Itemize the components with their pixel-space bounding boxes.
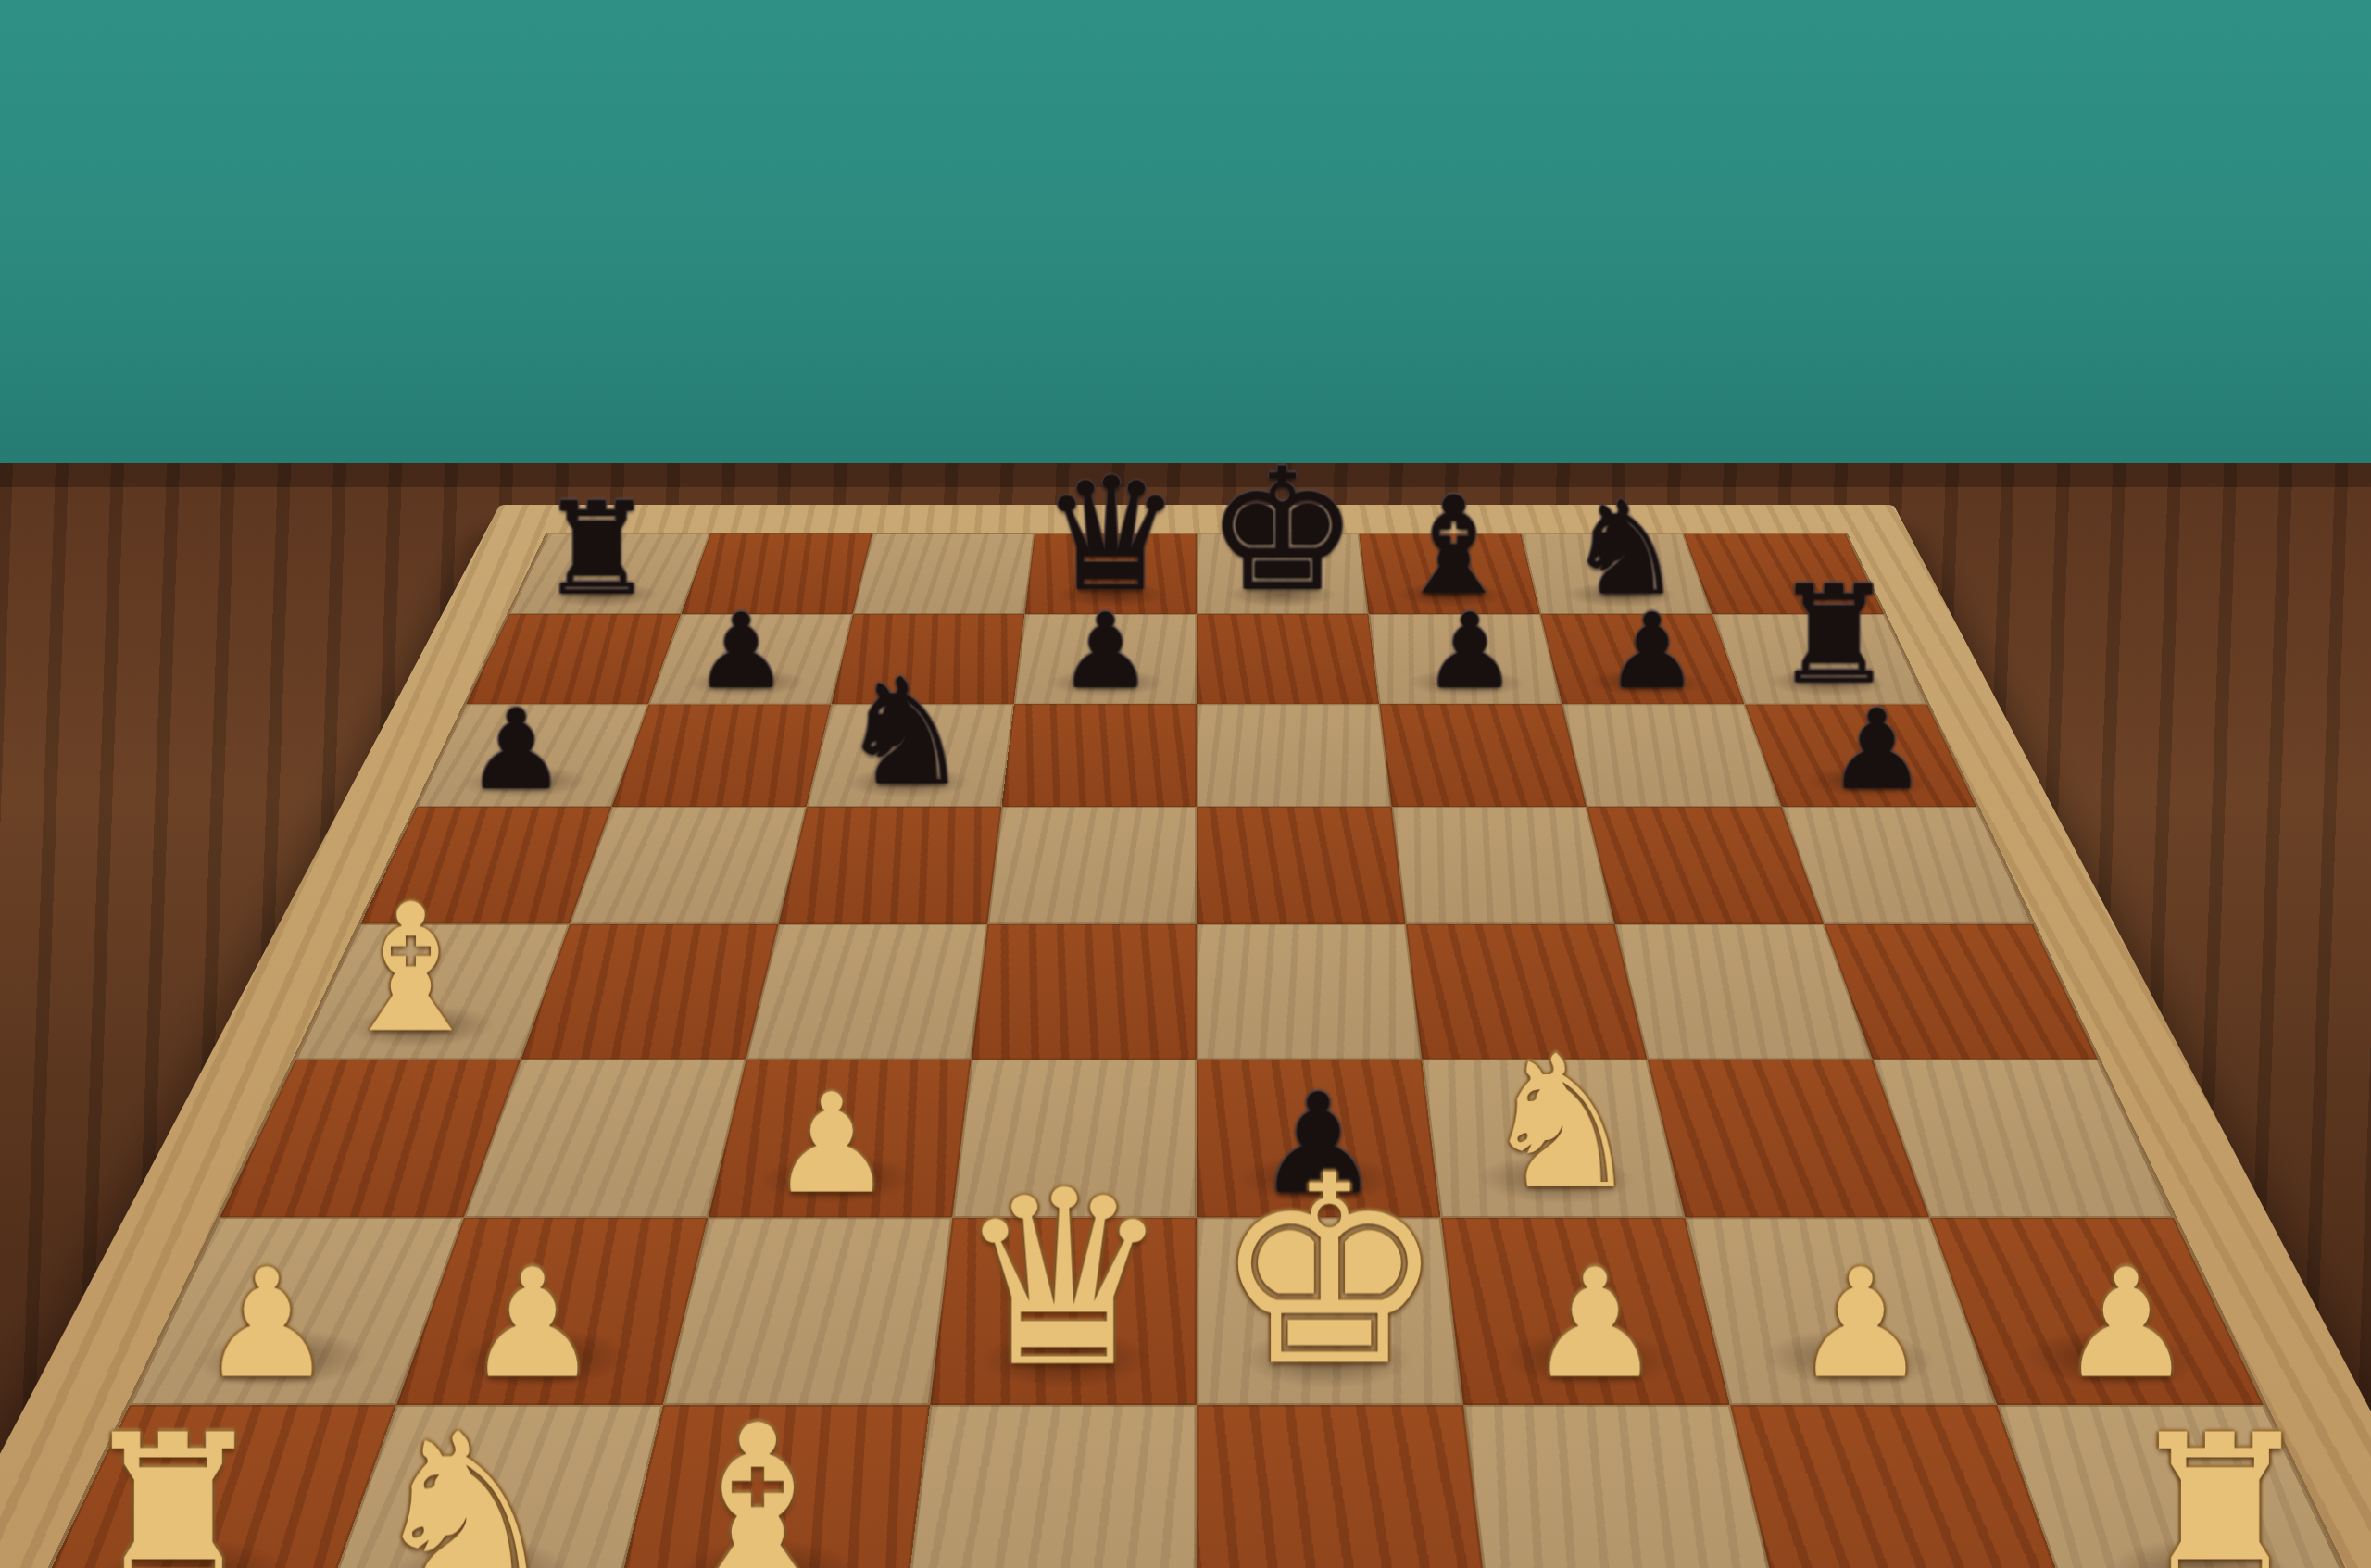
square-e4[interactable] [1197, 924, 1422, 1060]
square-b5[interactable] [570, 807, 807, 924]
square-f3[interactable]: ♞ [1422, 1060, 1685, 1218]
black-pawn[interactable]: ♟ [467, 697, 566, 802]
white-pawn[interactable]: ♟ [1793, 1253, 1928, 1396]
square-f6[interactable] [1379, 704, 1587, 807]
square-g6[interactable] [1562, 704, 1782, 807]
black-pawn[interactable]: ♟ [695, 602, 787, 700]
square-c8[interactable] [853, 533, 1035, 614]
square-g4[interactable] [1614, 924, 1872, 1060]
black-pawn[interactable]: ♟ [1827, 697, 1926, 802]
square-e1[interactable] [1197, 1405, 1490, 1568]
white-bishop[interactable]: ♝ [332, 884, 490, 1052]
square-d7[interactable]: ♟ [1014, 614, 1197, 704]
white-knight[interactable]: ♞ [367, 1411, 564, 1568]
square-d6[interactable] [1001, 704, 1197, 807]
white-queen[interactable]: ♛ [955, 1166, 1172, 1396]
square-d4[interactable] [972, 924, 1197, 1060]
square-d1[interactable] [903, 1405, 1197, 1568]
square-c6[interactable]: ♞ [807, 704, 1014, 807]
square-b6[interactable] [611, 704, 831, 807]
photo-scene: ♜♛♚♝♞♟♟♟♟♜♟♞♟♝♟♟♞♟♟♛♚♟♟♟♜♞♝♜ [0, 0, 2371, 1568]
square-b1[interactable]: ♞ [315, 1405, 663, 1568]
square-e5[interactable] [1197, 807, 1406, 924]
white-rook[interactable]: ♜ [76, 1412, 270, 1568]
black-rook[interactable]: ♜ [1774, 571, 1895, 700]
white-king[interactable]: ♚ [1212, 1148, 1447, 1397]
white-pawn[interactable]: ♟ [2059, 1253, 2194, 1396]
white-pawn[interactable]: ♟ [1527, 1253, 1662, 1396]
square-a6[interactable]: ♟ [417, 704, 648, 807]
white-pawn[interactable]: ♟ [199, 1253, 334, 1396]
square-h5[interactable] [1782, 807, 2033, 924]
square-b4[interactable] [521, 924, 778, 1060]
square-h6[interactable]: ♟ [1745, 704, 1976, 807]
white-rook[interactable]: ♜ [2123, 1412, 2317, 1568]
black-knight[interactable]: ♞ [839, 663, 971, 802]
square-c4[interactable] [746, 924, 987, 1060]
white-bishop[interactable]: ♝ [655, 1400, 861, 1568]
square-c1[interactable]: ♝ [609, 1405, 930, 1568]
black-king[interactable]: ♚ [1207, 450, 1358, 610]
white-knight[interactable]: ♞ [1480, 1036, 1644, 1210]
square-d5[interactable] [987, 807, 1197, 924]
white-pawn[interactable]: ♟ [465, 1253, 600, 1396]
white-pawn[interactable]: ♟ [770, 1079, 893, 1210]
black-rook[interactable]: ♜ [540, 489, 654, 610]
square-f2[interactable]: ♟ [1441, 1218, 1730, 1405]
square-e2[interactable]: ♚ [1197, 1218, 1463, 1405]
black-pawn[interactable]: ♟ [1424, 602, 1516, 700]
square-d2[interactable]: ♛ [930, 1218, 1197, 1405]
square-e8[interactable]: ♚ [1197, 533, 1369, 614]
black-queen[interactable]: ♛ [1041, 462, 1181, 610]
square-h1[interactable]: ♜ [1997, 1405, 2371, 1568]
square-e6[interactable] [1197, 704, 1392, 807]
square-c5[interactable] [779, 807, 1002, 924]
square-f5[interactable] [1392, 807, 1615, 924]
square-b7[interactable]: ♟ [648, 614, 853, 704]
black-pawn[interactable]: ♟ [1606, 602, 1699, 700]
square-e7[interactable] [1197, 614, 1379, 704]
square-g2[interactable]: ♟ [1685, 1218, 1997, 1405]
square-f7[interactable]: ♟ [1369, 614, 1562, 704]
square-h4[interactable] [1824, 924, 2098, 1060]
square-a1[interactable]: ♜ [21, 1405, 396, 1568]
square-c3[interactable]: ♟ [709, 1060, 972, 1218]
square-a8[interactable]: ♜ [509, 533, 710, 614]
wall-background [0, 0, 2371, 463]
black-pawn[interactable]: ♟ [1060, 602, 1152, 700]
square-g7[interactable]: ♟ [1540, 614, 1745, 704]
